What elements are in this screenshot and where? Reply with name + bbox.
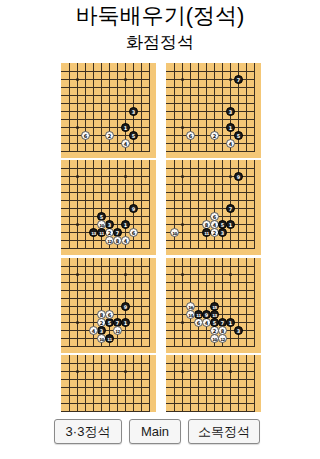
black-stone-11: 11 (97, 228, 106, 237)
black-stone-5: 5 (129, 131, 138, 140)
grid-line (206, 258, 207, 347)
grid-line (166, 71, 255, 72)
grid-line (69, 63, 70, 152)
grid-line (61, 363, 150, 364)
grid-line (141, 160, 142, 249)
grid-line (141, 258, 142, 347)
grid-line (61, 306, 150, 307)
black-stone-9: 9 (121, 302, 130, 311)
grid-line (166, 200, 255, 201)
grid-line (166, 346, 255, 347)
white-stone-12: 12 (113, 326, 122, 335)
black-stone-7: 7 (234, 75, 243, 84)
grid-line (166, 298, 255, 299)
grid-line (61, 371, 150, 372)
grid-line (69, 258, 70, 347)
grid-line (182, 258, 183, 347)
grid-line (61, 103, 150, 104)
grid-line (61, 387, 150, 388)
joseki-diagram-4[interactable]: 1234567891011 (166, 160, 261, 255)
joseki-diagram-1[interactable]: 123456 (61, 63, 156, 158)
grid-line (117, 63, 118, 152)
white-stone-4: 4 (226, 139, 235, 148)
hoshi-point (181, 321, 184, 324)
hoshi-point (181, 223, 184, 226)
hoshi-point (181, 273, 184, 276)
bottom-navigation-bar: 3·3정석 Main 소목정석 (45, 417, 275, 449)
white-stone-8: 8 (97, 310, 106, 319)
hoshi-point (76, 126, 79, 129)
grid-line (166, 248, 255, 249)
hoshi-point (181, 370, 184, 373)
white-stone-8: 8 (113, 236, 122, 245)
grid-line (166, 363, 255, 364)
hoshi-point (229, 78, 232, 81)
grid-line (77, 160, 78, 249)
grid-line (61, 151, 150, 152)
black-stone-9: 9 (234, 172, 243, 181)
grid-line (141, 63, 142, 152)
grid-line (77, 258, 78, 347)
black-stone-11: 11 (194, 310, 203, 319)
white-stone-12: 12 (105, 236, 114, 245)
black-stone-7: 7 (226, 204, 235, 213)
white-stone-10: 10 (170, 228, 179, 237)
hoshi-point (76, 321, 79, 324)
grid-line (198, 258, 199, 347)
joseki-diagram-7[interactable] (61, 355, 156, 412)
black-stone-5: 5 (218, 220, 227, 229)
hoshi-point (76, 175, 79, 178)
grid-line (133, 258, 134, 347)
grid-line (61, 290, 150, 291)
black-stone-1: 1 (121, 123, 130, 132)
white-stone-12: 12 (218, 334, 227, 343)
grid-line (166, 127, 255, 128)
hoshi-point (181, 78, 184, 81)
joseki-diagram-8[interactable] (166, 355, 261, 412)
black-stone-9: 9 (129, 204, 138, 213)
grid-line (61, 71, 150, 72)
black-stone-1: 1 (226, 318, 235, 327)
grid-line (166, 387, 255, 388)
grid-line (166, 290, 255, 291)
grid-line (206, 63, 207, 152)
grid-line (166, 379, 255, 380)
app-screen: 바둑배우기(정석) 화점정석 123456 1234567 1234567891… (45, 0, 275, 459)
black-stone-15: 15 (210, 302, 219, 311)
joseki-diagram-3[interactable]: 12345678910111213 (61, 160, 156, 255)
grid-line (246, 63, 247, 152)
white-stone-4: 4 (121, 139, 130, 148)
grid-line (61, 95, 150, 96)
grid-line (61, 282, 150, 283)
black-stone-1: 1 (121, 318, 130, 327)
white-stone-6: 6 (129, 228, 138, 237)
black-stone-3: 3 (129, 107, 138, 116)
grid-line (166, 111, 255, 112)
grid-line (166, 168, 255, 169)
grid-line (61, 119, 150, 120)
grid-line (61, 266, 150, 267)
grid-line (166, 184, 255, 185)
white-stone-6: 6 (105, 310, 114, 319)
white-stone-16: 16 (186, 302, 195, 311)
hoshi-point (229, 175, 232, 178)
hoshi-point (229, 273, 232, 276)
grid-line (254, 63, 255, 152)
grid-line (166, 403, 255, 404)
hoshi-point (181, 175, 184, 178)
white-stone-6: 6 (210, 212, 219, 221)
grid-line (61, 298, 150, 299)
grid-line (174, 63, 175, 152)
white-stone-4: 4 (89, 326, 98, 335)
grid-line (166, 103, 255, 104)
grid-line (61, 274, 150, 275)
grid-line (198, 160, 199, 249)
grid-line (198, 63, 199, 152)
joseki-diagram-5[interactable]: 123456789101112 (61, 258, 156, 353)
page-title: 바둑배우기(정석) (45, 1, 275, 31)
page-subtitle: 화점정석 (45, 31, 275, 54)
button-main[interactable]: Main (129, 419, 181, 444)
grid-line (182, 160, 183, 249)
grid-line (166, 411, 255, 412)
grid-line (61, 184, 150, 185)
black-stone-5: 5 (234, 131, 243, 140)
black-stone-3: 3 (226, 107, 235, 116)
hoshi-point (124, 273, 127, 276)
grid-line (166, 208, 255, 209)
hoshi-point (76, 370, 79, 373)
grid-line (85, 160, 86, 249)
grid-line (174, 258, 175, 347)
grid-line (166, 395, 255, 396)
black-stone-13: 13 (89, 228, 98, 237)
grid-line (166, 192, 255, 193)
hoshi-point (181, 126, 184, 129)
grid-line (93, 63, 94, 152)
grid-line (166, 143, 255, 144)
black-stone-11: 11 (105, 334, 114, 343)
grid-line (254, 160, 255, 249)
grid-line (61, 127, 150, 128)
grid-line (166, 240, 255, 241)
hoshi-point (76, 78, 79, 81)
black-stone-3: 3 (234, 326, 243, 335)
grid-line (149, 258, 150, 347)
black-stone-3: 3 (105, 220, 114, 229)
grid-line (61, 192, 150, 193)
grid-line (254, 258, 255, 347)
grid-line (61, 200, 150, 201)
grid-line (166, 282, 255, 283)
grid-line (61, 346, 150, 347)
grid-line (85, 258, 86, 347)
grid-line (61, 379, 150, 380)
grid-line (149, 160, 150, 249)
white-stone-2: 2 (105, 131, 114, 140)
grid-line (166, 274, 255, 275)
grid-line (61, 403, 150, 404)
grid-line (61, 87, 150, 88)
grid-line (61, 395, 150, 396)
grid-line (77, 63, 78, 152)
grid-line (69, 160, 70, 249)
hoshi-point (76, 223, 79, 226)
white-stone-4: 4 (121, 236, 130, 245)
grid-line (61, 176, 150, 177)
grid-line (166, 151, 255, 152)
grid-line (222, 63, 223, 152)
grid-line (182, 63, 183, 152)
grid-line (166, 371, 255, 372)
grid-line (246, 258, 247, 347)
black-stone-11: 11 (202, 228, 211, 237)
white-stone-2: 2 (210, 131, 219, 140)
black-stone-1: 1 (226, 220, 235, 229)
grid-line (61, 79, 150, 80)
grid-line (230, 258, 231, 347)
hoshi-point (124, 78, 127, 81)
hoshi-point (124, 175, 127, 178)
grid-line (61, 248, 150, 249)
black-stone-1: 1 (121, 220, 130, 229)
white-stone-6: 6 (81, 131, 90, 140)
button-somok-joseki[interactable]: 소목정석 (188, 419, 260, 444)
black-stone-1: 1 (226, 123, 235, 132)
grid-line (61, 411, 150, 412)
white-stone-6: 6 (186, 131, 195, 140)
grid-line (246, 160, 247, 249)
grid-line (166, 87, 255, 88)
grid-line (166, 119, 255, 120)
joseki-diagram-6[interactable]: 12345678910111213141516 (166, 258, 261, 353)
grid-line (101, 63, 102, 152)
grid-line (149, 63, 150, 152)
hoshi-point (76, 273, 79, 276)
grid-line (61, 143, 150, 144)
grid-line (190, 160, 191, 249)
button-3-3-joseki[interactable]: 3·3정석 (54, 419, 122, 444)
grid-line (61, 168, 150, 169)
grid-line (166, 266, 255, 267)
hoshi-point (229, 370, 232, 373)
grid-line (166, 95, 255, 96)
joseki-diagram-2[interactable]: 1234567 (166, 63, 261, 158)
hoshi-point (124, 370, 127, 373)
